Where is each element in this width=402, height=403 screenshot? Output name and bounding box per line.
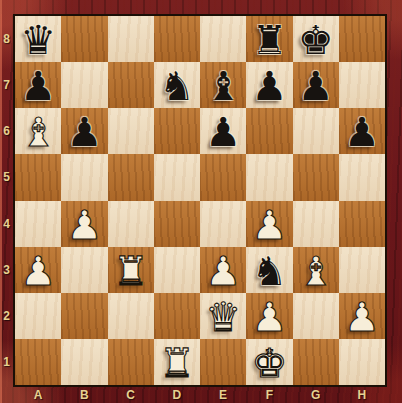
square-a4[interactable] (15, 201, 61, 247)
square-c3[interactable]: ♜ (108, 247, 154, 293)
square-d4[interactable] (154, 201, 200, 247)
file-label-c: C (108, 387, 154, 403)
rank-label-7: 7 (0, 62, 13, 108)
square-c6[interactable] (108, 108, 154, 154)
black-pawn-h6[interactable]: ♟ (344, 110, 380, 152)
square-d2[interactable] (154, 293, 200, 339)
file-labels: ABCDEFGH (15, 387, 385, 403)
white-rook-c3[interactable]: ♜ (113, 249, 149, 291)
file-label-g: G (293, 387, 339, 403)
square-a7[interactable]: ♟ (15, 62, 61, 108)
white-pawn-e3[interactable]: ♟ (205, 249, 241, 291)
square-h4[interactable] (339, 201, 385, 247)
square-d5[interactable] (154, 154, 200, 200)
square-b6[interactable]: ♟ (61, 108, 107, 154)
black-pawn-f7[interactable]: ♟ (251, 64, 287, 106)
square-h3[interactable] (339, 247, 385, 293)
square-b5[interactable] (61, 154, 107, 200)
rank-label-1: 1 (0, 339, 13, 385)
square-a3[interactable]: ♟ (15, 247, 61, 293)
white-rook-d1[interactable]: ♜ (159, 341, 195, 383)
square-e5[interactable] (200, 154, 246, 200)
square-g4[interactable] (293, 201, 339, 247)
square-a8[interactable]: ♛ (15, 16, 61, 62)
black-knight-f3[interactable]: ♞ (251, 249, 287, 291)
white-queen-e2[interactable]: ♛ (205, 295, 241, 337)
square-a1[interactable] (15, 339, 61, 385)
square-e4[interactable] (200, 201, 246, 247)
white-pawn-f2[interactable]: ♟ (251, 295, 287, 337)
square-f8[interactable]: ♜ (246, 16, 292, 62)
file-label-b: B (61, 387, 107, 403)
black-rook-f8[interactable]: ♜ (251, 18, 287, 60)
square-e1[interactable] (200, 339, 246, 385)
black-pawn-e6[interactable]: ♟ (205, 110, 241, 152)
white-bishop-g3[interactable]: ♝ (298, 249, 334, 291)
square-g7[interactable]: ♟ (293, 62, 339, 108)
square-b3[interactable] (61, 247, 107, 293)
square-a6[interactable]: ♝ (15, 108, 61, 154)
black-pawn-a7[interactable]: ♟ (20, 64, 56, 106)
rank-labels: 87654321 (0, 16, 13, 385)
square-e3[interactable]: ♟ (200, 247, 246, 293)
square-f7[interactable]: ♟ (246, 62, 292, 108)
square-f5[interactable] (246, 154, 292, 200)
file-label-f: F (246, 387, 292, 403)
square-f2[interactable]: ♟ (246, 293, 292, 339)
square-b2[interactable] (61, 293, 107, 339)
rank-label-6: 6 (0, 108, 13, 154)
square-c1[interactable] (108, 339, 154, 385)
rank-label-2: 2 (0, 293, 13, 339)
white-pawn-f4[interactable]: ♟ (251, 203, 287, 245)
square-f3[interactable]: ♞ (246, 247, 292, 293)
square-e8[interactable] (200, 16, 246, 62)
square-f4[interactable]: ♟ (246, 201, 292, 247)
square-d3[interactable] (154, 247, 200, 293)
square-c8[interactable] (108, 16, 154, 62)
white-king-f1[interactable]: ♚ (251, 341, 287, 383)
black-knight-d7[interactable]: ♞ (159, 64, 195, 106)
square-f1[interactable]: ♚ (246, 339, 292, 385)
square-b1[interactable] (61, 339, 107, 385)
black-pawn-g7[interactable]: ♟ (298, 64, 334, 106)
file-label-h: H (339, 387, 385, 403)
square-h8[interactable] (339, 16, 385, 62)
black-queen-a8[interactable]: ♛ (20, 18, 56, 60)
rank-label-3: 3 (0, 247, 13, 293)
square-b7[interactable] (61, 62, 107, 108)
square-a2[interactable] (15, 293, 61, 339)
square-b4[interactable]: ♟ (61, 201, 107, 247)
black-pawn-b6[interactable]: ♟ (66, 110, 102, 152)
square-h5[interactable] (339, 154, 385, 200)
file-label-e: E (200, 387, 246, 403)
square-h2[interactable]: ♟ (339, 293, 385, 339)
chess-board: ♛♜♚♟♞♝♟♟♝♟♟♟♟♟♟♜♟♞♝♛♟♟♜♚ (13, 14, 387, 387)
white-pawn-h2[interactable]: ♟ (344, 295, 380, 337)
square-g3[interactable]: ♝ (293, 247, 339, 293)
square-d6[interactable] (154, 108, 200, 154)
square-h7[interactable] (339, 62, 385, 108)
square-g6[interactable] (293, 108, 339, 154)
black-bishop-e7[interactable]: ♝ (205, 64, 241, 106)
black-king-g8[interactable]: ♚ (298, 18, 334, 60)
file-label-d: D (154, 387, 200, 403)
square-c5[interactable] (108, 154, 154, 200)
square-h6[interactable]: ♟ (339, 108, 385, 154)
square-f6[interactable] (246, 108, 292, 154)
square-e7[interactable]: ♝ (200, 62, 246, 108)
square-b8[interactable] (61, 16, 107, 62)
square-d1[interactable]: ♜ (154, 339, 200, 385)
square-c7[interactable] (108, 62, 154, 108)
square-h1[interactable] (339, 339, 385, 385)
square-g8[interactable]: ♚ (293, 16, 339, 62)
square-g1[interactable] (293, 339, 339, 385)
rank-label-4: 4 (0, 201, 13, 247)
file-label-a: A (15, 387, 61, 403)
square-e2[interactable]: ♛ (200, 293, 246, 339)
chess-diagram: 87654321 ♛♜♚♟♞♝♟♟♝♟♟♟♟♟♟♜♟♞♝♛♟♟♜♚ ABCDEF… (0, 0, 402, 403)
square-g2[interactable] (293, 293, 339, 339)
square-c2[interactable] (108, 293, 154, 339)
square-g5[interactable] (293, 154, 339, 200)
square-c4[interactable] (108, 201, 154, 247)
square-a5[interactable] (15, 154, 61, 200)
white-bishop-a6[interactable]: ♝ (20, 110, 56, 152)
square-e6[interactable]: ♟ (200, 108, 246, 154)
rank-label-8: 8 (0, 16, 13, 62)
rank-label-5: 5 (0, 154, 13, 200)
square-d7[interactable]: ♞ (154, 62, 200, 108)
square-d8[interactable] (154, 16, 200, 62)
white-pawn-a3[interactable]: ♟ (20, 249, 56, 291)
white-pawn-b4[interactable]: ♟ (66, 203, 102, 245)
